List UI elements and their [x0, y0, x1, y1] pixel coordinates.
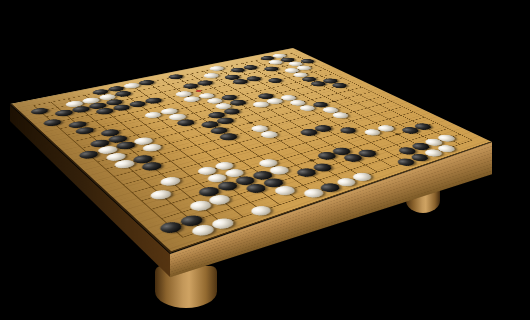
go-board	[10, 48, 492, 253]
white-stone	[147, 189, 174, 202]
black-stone	[41, 118, 64, 127]
white-stone	[157, 175, 183, 187]
black-stone	[28, 107, 50, 116]
stones-layer	[12, 48, 293, 104]
white-stone	[247, 204, 275, 218]
goban-scene	[0, 0, 530, 320]
